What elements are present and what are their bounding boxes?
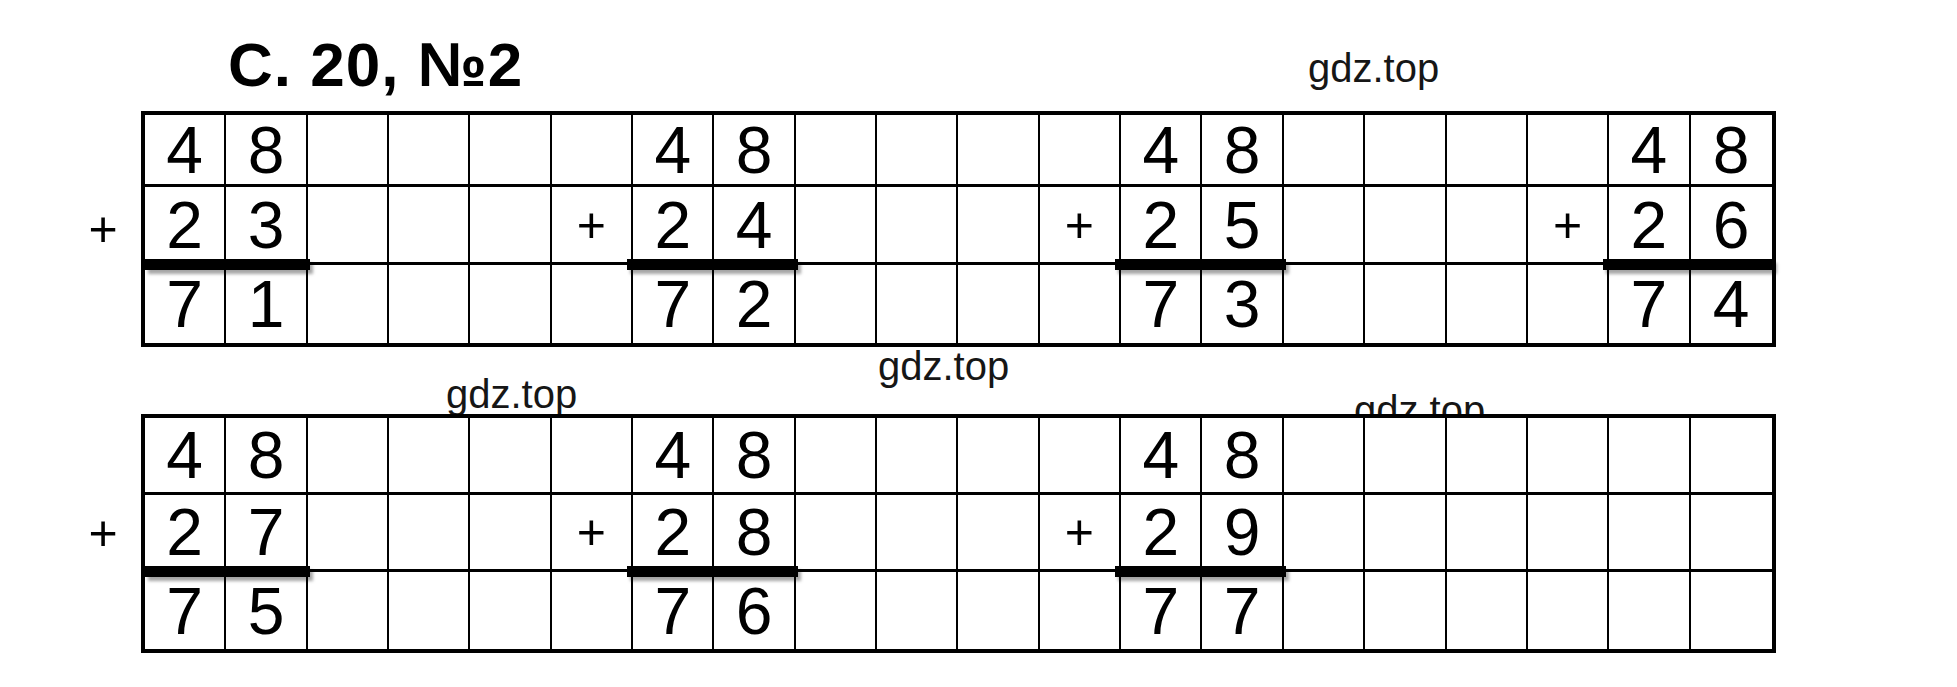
empty-cell [1040,265,1121,343]
digit-cell: 4 [633,418,714,495]
empty-cell [552,418,633,495]
grid-cells-1: 4848484823+24+25+2671727374 [145,115,1772,343]
digit-cell: 7 [633,572,714,649]
empty-cell [389,495,470,572]
digit-cell: 9 [1202,495,1283,572]
empty-cell [470,495,551,572]
digit-cell: 4 [1121,418,1202,495]
empty-cell [1365,418,1446,495]
empty-cell [1040,572,1121,649]
grid-cells-2: 48484827+28+29757677 [145,418,1772,649]
empty-cell [796,187,877,265]
digit-cell: 4 [1691,265,1772,343]
empty-cell [1284,495,1365,572]
empty-cell [1040,418,1121,495]
digit-cell: 7 [1121,572,1202,649]
digit-cell: 7 [1609,265,1690,343]
digit-cell: 3 [226,187,307,265]
empty-cell [796,495,877,572]
digit-cell: 2 [714,265,795,343]
digit-cell: 2 [145,495,226,572]
empty-cell [958,115,1039,187]
empty-cell [389,265,470,343]
digit-cell: 8 [1202,115,1283,187]
empty-cell [1528,115,1609,187]
digit-cell: 8 [1691,115,1772,187]
empty-cell [308,187,389,265]
empty-cell [308,115,389,187]
empty-cell [958,187,1039,265]
empty-cell [1284,115,1365,187]
empty-cell [958,572,1039,649]
digit-cell: 5 [1202,187,1283,265]
empty-cell [1447,495,1528,572]
digit-cell: 2 [145,187,226,265]
digit-cell: 7 [145,265,226,343]
addition-grid-2: 48484827+28+29757677 [141,414,1776,653]
digit-cell: 8 [714,495,795,572]
digit-cell: 6 [714,572,795,649]
empty-cell [1691,418,1772,495]
empty-cell [958,418,1039,495]
empty-cell [389,187,470,265]
empty-cell [470,418,551,495]
empty-cell [470,265,551,343]
empty-cell [308,572,389,649]
plus-sign-outside-grid-1: + [79,197,127,261]
empty-cell [1284,187,1365,265]
empty-cell [1609,572,1690,649]
digit-cell: 4 [714,187,795,265]
empty-cell [958,265,1039,343]
plus-cell: + [552,187,633,265]
digit-cell: 4 [145,418,226,495]
digit-cell: 4 [145,115,226,187]
empty-cell [389,572,470,649]
plus-cell: + [552,495,633,572]
empty-cell [877,418,958,495]
digit-cell: 7 [1121,265,1202,343]
watermark-gdz-top-1: gdz.top [1308,48,1439,88]
empty-cell [1447,418,1528,495]
empty-cell [877,265,958,343]
empty-cell [389,115,470,187]
digit-cell: 2 [1121,187,1202,265]
empty-cell [1447,265,1528,343]
empty-cell [1447,572,1528,649]
digit-cell: 8 [226,115,307,187]
digit-cell: 7 [145,572,226,649]
digit-cell: 7 [226,495,307,572]
empty-cell [470,187,551,265]
empty-cell [1447,115,1528,187]
empty-cell [308,495,389,572]
digit-cell: 4 [1121,115,1202,187]
watermark-gdz-top-3: gdz.top [446,374,577,414]
plus-cell: + [1040,187,1121,265]
digit-cell: 8 [1202,418,1283,495]
empty-cell [552,572,633,649]
empty-cell [1528,572,1609,649]
digit-cell: 1 [226,265,307,343]
plus-sign-outside-grid-2: + [79,501,127,565]
page-title: С. 20, №2 [228,34,523,96]
digit-cell: 3 [1202,265,1283,343]
digit-cell: 8 [714,418,795,495]
digit-cell: 4 [633,115,714,187]
empty-cell [308,418,389,495]
digit-cell: 2 [633,495,714,572]
empty-cell [877,187,958,265]
empty-cell [1691,495,1772,572]
digit-cell: 7 [1202,572,1283,649]
digit-cell: 2 [633,187,714,265]
empty-cell [1447,187,1528,265]
empty-cell [1365,187,1446,265]
empty-cell [1609,495,1690,572]
empty-cell [1365,572,1446,649]
watermark-gdz-top-2: gdz.top [878,346,1009,386]
empty-cell [1528,418,1609,495]
empty-cell [1284,265,1365,343]
empty-cell [1528,495,1609,572]
empty-cell [796,115,877,187]
digit-cell: 2 [1609,187,1690,265]
empty-cell [1691,572,1772,649]
empty-cell [552,265,633,343]
empty-cell [877,115,958,187]
empty-cell [470,572,551,649]
empty-cell [308,265,389,343]
digit-cell: 7 [633,265,714,343]
empty-cell [1040,115,1121,187]
plus-cell: + [1528,187,1609,265]
empty-cell [1284,418,1365,495]
digit-cell: 5 [226,572,307,649]
empty-cell [389,418,470,495]
empty-cell [1284,572,1365,649]
empty-cell [796,572,877,649]
digit-cell: 8 [226,418,307,495]
empty-cell [877,495,958,572]
empty-cell [877,572,958,649]
empty-cell [1365,265,1446,343]
digit-cell: 4 [1609,115,1690,187]
digit-cell: 8 [714,115,795,187]
empty-cell [1365,115,1446,187]
plus-cell: + [1040,495,1121,572]
empty-cell [552,115,633,187]
empty-cell [1609,418,1690,495]
empty-cell [470,115,551,187]
empty-cell [796,418,877,495]
empty-cell [1365,495,1446,572]
digit-cell: 6 [1691,187,1772,265]
empty-cell [796,265,877,343]
digit-cell: 2 [1121,495,1202,572]
empty-cell [1528,265,1609,343]
empty-cell [958,495,1039,572]
addition-grid-1: 4848484823+24+25+2671727374 [141,111,1776,347]
